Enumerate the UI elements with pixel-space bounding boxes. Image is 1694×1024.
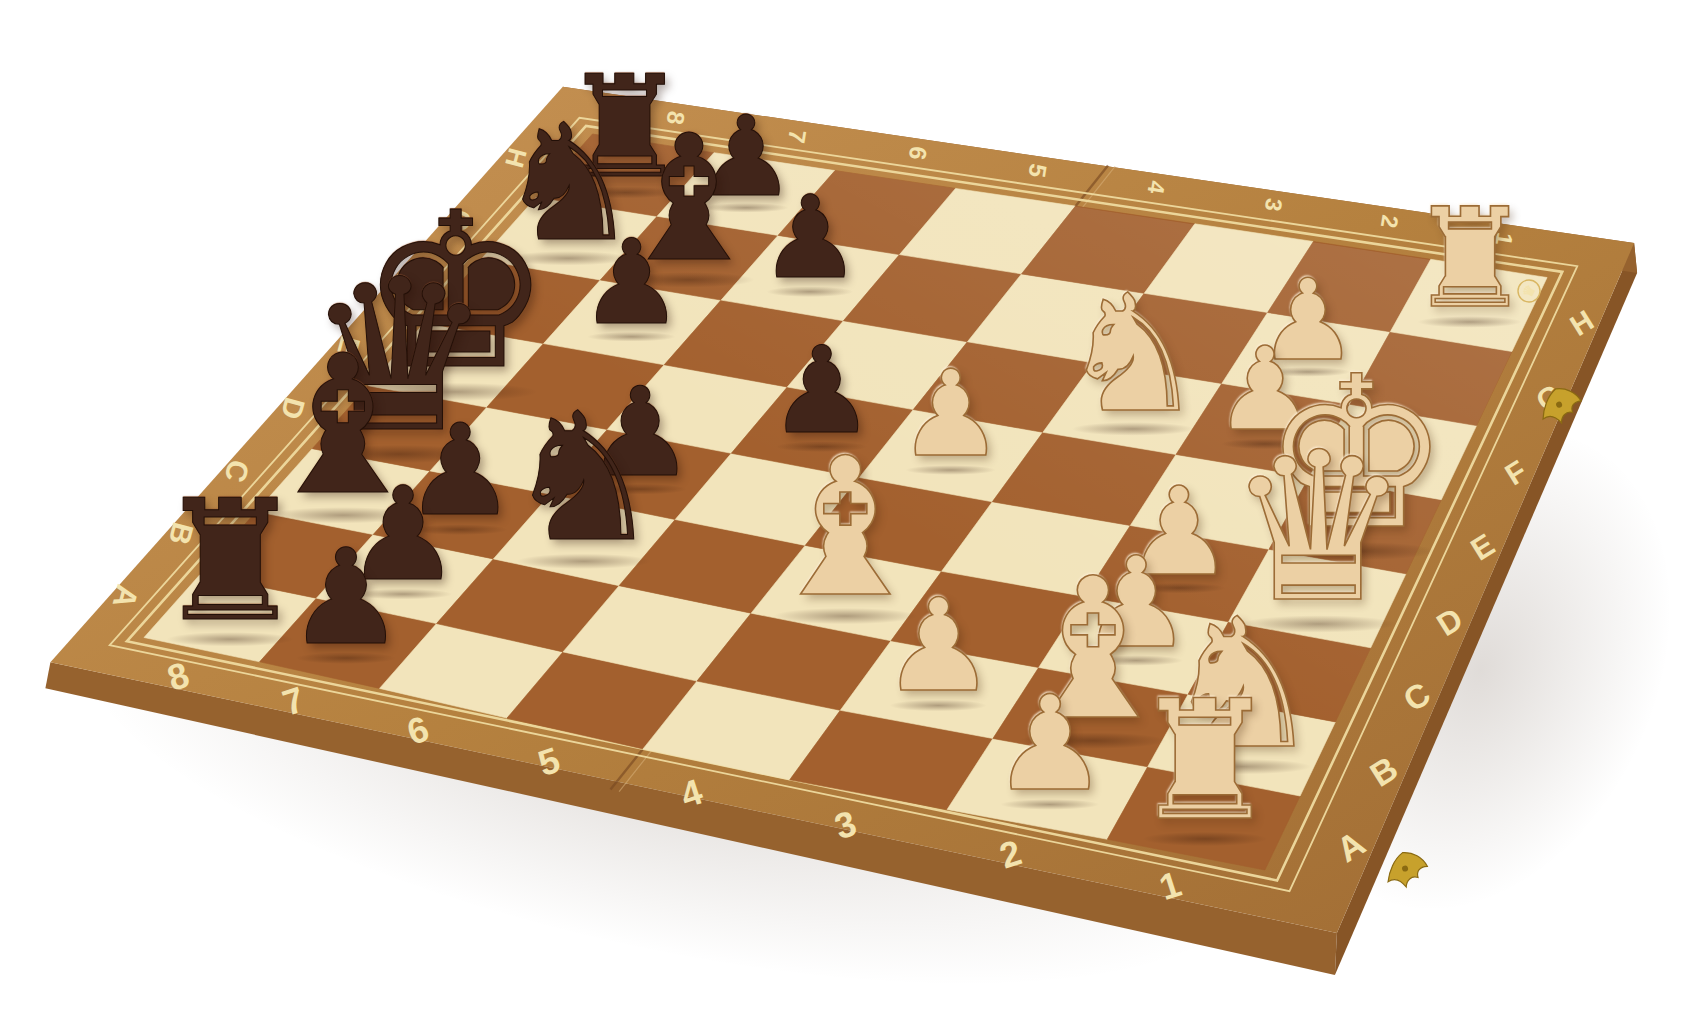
piece-white-knight-f3[interactable]: ♞ [1060,272,1205,434]
piece-white-rook-h1[interactable]: ♜ [1409,190,1532,327]
piece-white-pawn-a2[interactable]: ♟ [991,678,1108,809]
piece-black-pawn-a7[interactable]: ♟ [287,531,405,663]
piece-black-rook-a8[interactable]: ♜ [155,478,305,645]
piece-black-knight-c6[interactable]: ♞ [504,390,663,567]
piece-white-pawn-b3[interactable]: ♟ [881,582,996,710]
piece-white-rook-a1[interactable]: ♜ [1131,679,1279,844]
chess-photo-scene: AABBCCDDEEFFGGHH8877665544332211♛ ♜♟♞♝♟♜… [0,0,1694,1024]
brass-hinge-icon [1381,847,1431,891]
piece-black-pawn-f7[interactable]: ♟ [579,224,684,341]
piece-black-pawn-g6[interactable]: ♟ [759,182,861,296]
